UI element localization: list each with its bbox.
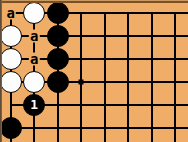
intersection: a	[0, 1, 23, 24]
point-label-a: a	[29, 29, 39, 42]
intersection	[0, 70, 23, 93]
intersection	[117, 116, 141, 139]
black-stone	[0, 117, 22, 139]
intersection	[70, 116, 94, 139]
intersection	[0, 116, 23, 139]
intersection	[70, 24, 94, 47]
intersection	[0, 47, 23, 70]
star-point	[79, 79, 84, 84]
black-stone	[47, 71, 69, 93]
intersection	[117, 70, 141, 93]
intersection: a	[23, 47, 47, 70]
intersection	[164, 93, 188, 116]
intersection	[140, 93, 164, 116]
intersection: 1	[23, 93, 47, 116]
go-board: aaa1	[0, 0, 188, 142]
intersection	[46, 116, 70, 139]
intersection	[70, 47, 94, 70]
intersection	[140, 47, 164, 70]
board-top-edge	[0, 0, 188, 3]
intersection	[93, 93, 117, 116]
black-stone-move-1: 1	[23, 94, 45, 116]
intersection	[140, 116, 164, 139]
intersection	[93, 24, 117, 47]
intersection	[164, 47, 188, 70]
white-stone	[0, 71, 22, 93]
move-number: 1	[30, 98, 38, 112]
intersection	[117, 24, 141, 47]
point-label-a: a	[6, 6, 16, 19]
intersection	[140, 70, 164, 93]
intersection	[70, 70, 94, 93]
intersection	[164, 116, 188, 139]
intersection	[23, 116, 47, 139]
board-left-edge	[0, 0, 2, 142]
intersection	[0, 93, 23, 116]
intersection	[117, 93, 141, 116]
intersection	[46, 47, 70, 70]
intersection	[46, 1, 70, 24]
intersection	[164, 1, 188, 24]
intersection	[117, 47, 141, 70]
intersection	[140, 1, 164, 24]
intersection	[164, 70, 188, 93]
intersection	[23, 70, 47, 93]
black-stone	[47, 48, 69, 70]
intersection	[23, 1, 47, 24]
intersection	[46, 24, 70, 47]
intersection	[70, 1, 94, 24]
intersection	[70, 93, 94, 116]
intersection: a	[23, 24, 47, 47]
white-stone	[0, 48, 22, 70]
point-label-a: a	[29, 52, 39, 65]
white-stone	[23, 2, 45, 24]
go-grid: aaa1	[0, 1, 187, 139]
black-stone	[47, 2, 69, 24]
intersection	[93, 1, 117, 24]
white-stone	[0, 25, 22, 47]
intersection	[164, 24, 188, 47]
intersection	[140, 24, 164, 47]
black-stone	[47, 25, 69, 47]
intersection	[0, 24, 23, 47]
intersection	[93, 70, 117, 93]
intersection	[46, 70, 70, 93]
white-stone	[23, 71, 45, 93]
intersection	[93, 116, 117, 139]
intersection	[117, 1, 141, 24]
intersection	[46, 93, 70, 116]
intersection	[93, 47, 117, 70]
